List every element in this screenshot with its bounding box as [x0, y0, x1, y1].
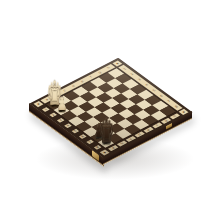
product-photo-stage: ◆ ◆ ◆ ◆ abcdefgh 12345678 abcdefgh 12345… [0, 0, 220, 220]
